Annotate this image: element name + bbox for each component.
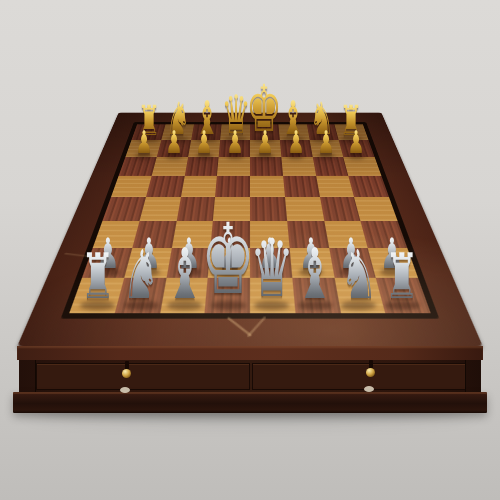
square-f5[interactable] <box>283 176 320 197</box>
left-drawer-front[interactable] <box>36 363 250 390</box>
piece-gold-pawn-g7[interactable]: ♟ <box>317 127 334 158</box>
square-c5[interactable] <box>181 176 218 197</box>
frame-front-face <box>17 346 483 360</box>
photo-stage: ♜♞♝♛♚♝♞♜♟♟♟♟♟♟♟♟♟♟♟♟♟♟♟♟♜♞♝♚♛♝♞♜ <box>0 0 500 500</box>
piece-silver-bishop-f1[interactable]: ♝ <box>296 239 335 309</box>
piece-gold-pawn-f7[interactable]: ♟ <box>287 127 304 158</box>
square-e4[interactable] <box>250 197 287 221</box>
piece-silver-rook-h1[interactable]: ♜ <box>385 246 420 309</box>
drawer-band <box>19 360 481 392</box>
square-e5[interactable] <box>250 176 285 197</box>
right-knob-reflection <box>364 386 374 392</box>
box-plinth <box>13 392 487 413</box>
drawer-seam <box>35 360 36 392</box>
right-drawer-front[interactable] <box>252 363 466 390</box>
piece-gold-pawn-e7[interactable]: ♟ <box>256 127 273 158</box>
piece-gold-pawn-h7[interactable]: ♟ <box>348 127 365 158</box>
drawer-seam <box>465 360 466 392</box>
square-f4[interactable] <box>285 197 324 221</box>
square-b5[interactable] <box>146 176 185 197</box>
square-b4[interactable] <box>139 197 180 221</box>
frame-scratch <box>247 316 267 337</box>
piece-gold-pawn-b7[interactable]: ♟ <box>165 127 182 158</box>
piece-gold-pawn-c7[interactable]: ♟ <box>196 127 213 158</box>
piece-silver-bishop-c1[interactable]: ♝ <box>165 239 204 309</box>
piece-silver-rook-a1[interactable]: ♜ <box>80 246 115 309</box>
piece-silver-knight-g1[interactable]: ♞ <box>340 241 378 309</box>
piece-gold-pawn-d7[interactable]: ♟ <box>226 127 243 158</box>
left-drawer-knob[interactable] <box>122 369 131 378</box>
piece-gold-pawn-a7[interactable]: ♟ <box>135 127 152 158</box>
piece-silver-queen-e1[interactable]: ♛ <box>249 229 294 309</box>
left-knob-reflection <box>120 387 130 393</box>
right-drawer-knob[interactable] <box>366 368 375 377</box>
piece-silver-king-d1[interactable]: ♚ <box>201 211 255 309</box>
square-d5[interactable] <box>215 176 250 197</box>
piece-silver-knight-b1[interactable]: ♞ <box>122 241 160 309</box>
